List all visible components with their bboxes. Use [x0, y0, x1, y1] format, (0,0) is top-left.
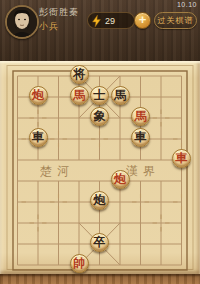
- top-bar: 彭衙胜秦 小兵 29 + 过关棋谱 10.10: [0, 0, 200, 61]
- black-horse[interactable]: 馬: [111, 86, 130, 105]
- black-general[interactable]: 将: [70, 65, 89, 84]
- black-elephant[interactable]: 象: [90, 107, 109, 126]
- table-wood-edge: [0, 274, 200, 284]
- add-energy-button[interactable]: +: [134, 12, 151, 29]
- red-cannon[interactable]: 炮: [111, 170, 130, 189]
- xiangqi-app: 彭衙胜秦 小兵 29 + 过关棋谱 10.10: [0, 0, 200, 284]
- player-rank: 小兵: [39, 20, 59, 33]
- black-soldier[interactable]: 卒: [90, 233, 109, 252]
- red-horse[interactable]: 馬: [131, 107, 150, 126]
- energy-count: 29: [105, 16, 115, 26]
- lightning-icon: [92, 15, 101, 27]
- black-chariot[interactable]: 車: [29, 128, 48, 147]
- avatar[interactable]: [5, 5, 39, 39]
- black-advisor[interactable]: 士: [90, 86, 109, 105]
- board-intersections[interactable]: 将炮馬士馬象馬車車車炮炮卒帥: [7, 66, 192, 276]
- xiangqi-board[interactable]: 楚河 漢界 将炮馬士馬象馬車車車炮炮卒帥: [0, 61, 200, 274]
- energy-pill: 29: [87, 12, 135, 29]
- level-title: 彭衙胜秦: [39, 6, 79, 19]
- red-chariot[interactable]: 車: [172, 149, 191, 168]
- red-horse[interactable]: 馬: [70, 86, 89, 105]
- black-cannon[interactable]: 炮: [90, 191, 109, 210]
- black-chariot[interactable]: 車: [131, 128, 150, 147]
- status-clock: 10.10: [177, 1, 197, 8]
- portrait-image: [7, 7, 37, 37]
- red-general[interactable]: 帥: [70, 254, 89, 273]
- red-cannon[interactable]: 炮: [29, 86, 48, 105]
- stage-kifu-button[interactable]: 过关棋谱: [154, 12, 197, 29]
